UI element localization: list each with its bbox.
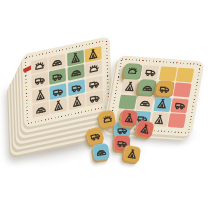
hedgehog-icon [101, 113, 113, 125]
loose-tokens [0, 0, 220, 220]
tent-icon [123, 112, 135, 124]
truck-icon [89, 130, 102, 143]
tent-icon [126, 148, 138, 160]
token-tblue-igloo[interactable] [92, 143, 110, 161]
tent-icon [139, 123, 152, 136]
token-tred-tent[interactable] [135, 119, 154, 138]
product-photo-scene [0, 0, 220, 220]
token-gold-tent[interactable] [123, 145, 141, 163]
igloo-icon [95, 146, 107, 158]
token-tred-tent[interactable] [120, 109, 138, 127]
